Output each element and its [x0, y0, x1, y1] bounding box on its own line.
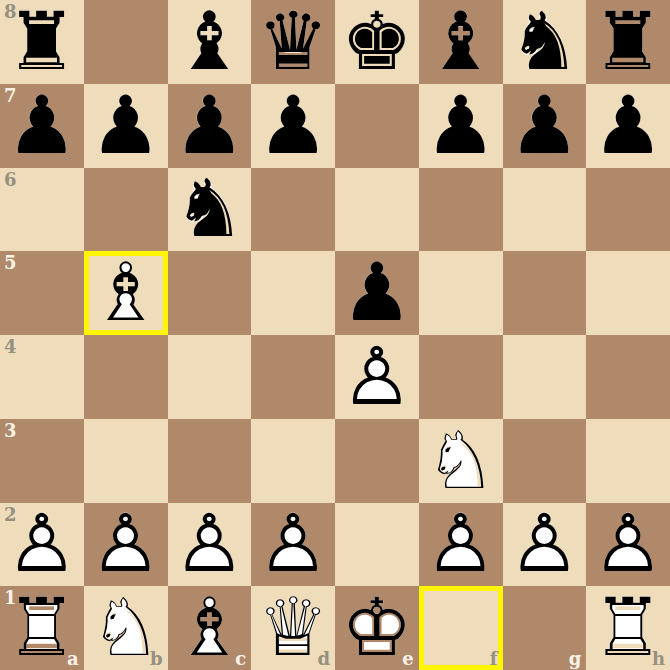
square-b4[interactable]: [84, 335, 168, 419]
piece-glyph-outline: ♙: [257, 504, 329, 584]
white-knight[interactable]: ♞♘: [90, 588, 162, 668]
square-d4[interactable]: [251, 335, 335, 419]
square-b2[interactable]: ♟♙: [84, 503, 168, 587]
piece-glyph-outline: ♟: [90, 86, 162, 166]
piece-glyph-outline: ♘: [90, 588, 162, 668]
chess-board: 8♖♜♗♝♕♛♔♚♗♝♘♞♖♜7♙♟♙♟♙♟♙♟♙♟♙♟♙♟6♘♞5♝♗♙♟4♟…: [0, 0, 670, 670]
square-e2[interactable]: [335, 503, 419, 587]
white-pawn[interactable]: ♟♙: [174, 504, 246, 584]
piece-glyph-outline: ♕: [257, 588, 329, 668]
square-e3[interactable]: [335, 419, 419, 503]
white-pawn[interactable]: ♟♙: [509, 504, 581, 584]
white-bishop[interactable]: ♝♗: [90, 253, 162, 333]
piece-glyph-outline: ♖: [592, 588, 664, 668]
piece-glyph-outline: ♘: [425, 421, 497, 501]
piece-glyph-outline: ♚: [341, 2, 413, 82]
piece-glyph-outline: ♗: [174, 588, 246, 668]
black-bishop[interactable]: ♗♝: [425, 2, 497, 82]
square-h5[interactable]: [586, 251, 670, 335]
piece-glyph-outline: ♔: [341, 588, 413, 668]
file-label-f: f: [490, 650, 498, 668]
square-a2[interactable]: 2♟♙: [0, 503, 84, 587]
square-h1[interactable]: h♜♖: [586, 586, 670, 670]
piece-glyph-outline: ♙: [509, 504, 581, 584]
square-a8[interactable]: 8♖♜: [0, 0, 84, 84]
piece-glyph-outline: ♜: [6, 2, 78, 82]
black-pawn[interactable]: ♙♟: [6, 86, 78, 166]
black-knight[interactable]: ♘♞: [509, 2, 581, 82]
square-e5[interactable]: ♙♟: [335, 251, 419, 335]
square-b1[interactable]: b♞♘: [84, 586, 168, 670]
square-b6[interactable]: [84, 168, 168, 252]
white-bishop[interactable]: ♝♗: [174, 588, 246, 668]
square-c8[interactable]: ♗♝: [168, 0, 252, 84]
square-b3[interactable]: [84, 419, 168, 503]
square-d3[interactable]: [251, 419, 335, 503]
square-d8[interactable]: ♕♛: [251, 0, 335, 84]
square-b7[interactable]: ♙♟: [84, 84, 168, 168]
square-h6[interactable]: [586, 168, 670, 252]
square-e8[interactable]: ♔♚: [335, 0, 419, 84]
piece-glyph-outline: ♖: [6, 588, 78, 668]
square-f3[interactable]: ♞♘: [419, 419, 503, 503]
square-g3[interactable]: [503, 419, 587, 503]
square-g6[interactable]: [503, 168, 587, 252]
square-g1[interactable]: g: [503, 586, 587, 670]
black-rook[interactable]: ♖♜: [6, 2, 78, 82]
square-d1[interactable]: d♛♕: [251, 586, 335, 670]
white-knight[interactable]: ♞♘: [425, 421, 497, 501]
black-pawn[interactable]: ♙♟: [257, 86, 329, 166]
piece-glyph-outline: ♝: [425, 2, 497, 82]
square-f6[interactable]: [419, 168, 503, 252]
square-c3[interactable]: [168, 419, 252, 503]
square-g5[interactable]: [503, 251, 587, 335]
rank-label-4: 4: [4, 338, 17, 356]
piece-glyph-outline: ♛: [257, 2, 329, 82]
piece-glyph-outline: ♙: [90, 504, 162, 584]
square-d2[interactable]: ♟♙: [251, 503, 335, 587]
rank-label-3: 3: [4, 422, 17, 440]
piece-glyph-outline: ♙: [6, 504, 78, 584]
black-pawn[interactable]: ♙♟: [425, 86, 497, 166]
square-c4[interactable]: [168, 335, 252, 419]
square-c6[interactable]: ♘♞: [168, 168, 252, 252]
square-c2[interactable]: ♟♙: [168, 503, 252, 587]
square-g2[interactable]: ♟♙: [503, 503, 587, 587]
white-pawn[interactable]: ♟♙: [341, 337, 413, 417]
black-knight[interactable]: ♘♞: [174, 169, 246, 249]
square-c5[interactable]: [168, 251, 252, 335]
white-pawn[interactable]: ♟♙: [257, 504, 329, 584]
square-a5[interactable]: 5: [0, 251, 84, 335]
square-h8[interactable]: ♖♜: [586, 0, 670, 84]
square-a6[interactable]: 6: [0, 168, 84, 252]
black-bishop[interactable]: ♗♝: [174, 2, 246, 82]
square-d5[interactable]: [251, 251, 335, 335]
square-c7[interactable]: ♙♟: [168, 84, 252, 168]
white-pawn[interactable]: ♟♙: [592, 504, 664, 584]
square-e6[interactable]: [335, 168, 419, 252]
square-g4[interactable]: [503, 335, 587, 419]
piece-glyph-outline: ♙: [425, 504, 497, 584]
piece-glyph-outline: ♟: [174, 86, 246, 166]
black-rook[interactable]: ♖♜: [592, 2, 664, 82]
square-f2[interactable]: ♟♙: [419, 503, 503, 587]
piece-glyph-outline: ♙: [341, 337, 413, 417]
piece-glyph-outline: ♞: [509, 2, 581, 82]
square-e4[interactable]: ♟♙: [335, 335, 419, 419]
piece-glyph-outline: ♟: [509, 86, 581, 166]
black-pawn[interactable]: ♙♟: [174, 86, 246, 166]
square-h7[interactable]: ♙♟: [586, 84, 670, 168]
white-rook[interactable]: ♜♖: [592, 588, 664, 668]
piece-glyph-outline: ♙: [174, 504, 246, 584]
square-f5[interactable]: [419, 251, 503, 335]
black-pawn[interactable]: ♙♟: [90, 86, 162, 166]
black-pawn[interactable]: ♙♟: [509, 86, 581, 166]
piece-glyph-outline: ♟: [592, 86, 664, 166]
square-a1[interactable]: 1a♜♖: [0, 586, 84, 670]
black-king[interactable]: ♔♚: [341, 2, 413, 82]
white-king[interactable]: ♚♔: [341, 588, 413, 668]
black-pawn[interactable]: ♙♟: [341, 253, 413, 333]
piece-glyph-outline: ♟: [6, 86, 78, 166]
square-e1[interactable]: e♚♔: [335, 586, 419, 670]
file-label-g: g: [569, 650, 582, 668]
piece-glyph-outline: ♟: [425, 86, 497, 166]
white-rook[interactable]: ♜♖: [6, 588, 78, 668]
square-f4[interactable]: [419, 335, 503, 419]
square-h4[interactable]: [586, 335, 670, 419]
rank-label-5: 5: [4, 254, 17, 272]
piece-glyph-outline: ♜: [592, 2, 664, 82]
piece-glyph-outline: ♞: [174, 169, 246, 249]
square-h3[interactable]: [586, 419, 670, 503]
square-b5[interactable]: ♝♗: [84, 251, 168, 335]
square-c1[interactable]: c♝♗: [168, 586, 252, 670]
square-h2[interactable]: ♟♙: [586, 503, 670, 587]
square-a3[interactable]: 3: [0, 419, 84, 503]
square-g8[interactable]: ♘♞: [503, 0, 587, 84]
square-a4[interactable]: 4: [0, 335, 84, 419]
piece-glyph-outline: ♟: [257, 86, 329, 166]
square-b8[interactable]: [84, 0, 168, 84]
white-pawn[interactable]: ♟♙: [425, 504, 497, 584]
square-f1[interactable]: f: [419, 586, 503, 670]
piece-glyph-outline: ♟: [341, 253, 413, 333]
square-a7[interactable]: 7♙♟: [0, 84, 84, 168]
black-queen[interactable]: ♕♛: [257, 2, 329, 82]
piece-glyph-outline: ♝: [174, 2, 246, 82]
piece-glyph-outline: ♗: [90, 253, 162, 333]
black-pawn[interactable]: ♙♟: [592, 86, 664, 166]
square-d6[interactable]: [251, 168, 335, 252]
square-e7[interactable]: [335, 84, 419, 168]
white-pawn[interactable]: ♟♙: [6, 504, 78, 584]
rank-label-6: 6: [4, 171, 17, 189]
piece-glyph-outline: ♙: [592, 504, 664, 584]
square-g7[interactable]: ♙♟: [503, 84, 587, 168]
white-pawn[interactable]: ♟♙: [90, 504, 162, 584]
square-f8[interactable]: ♗♝: [419, 0, 503, 84]
white-queen[interactable]: ♛♕: [257, 588, 329, 668]
square-f7[interactable]: ♙♟: [419, 84, 503, 168]
square-d7[interactable]: ♙♟: [251, 84, 335, 168]
